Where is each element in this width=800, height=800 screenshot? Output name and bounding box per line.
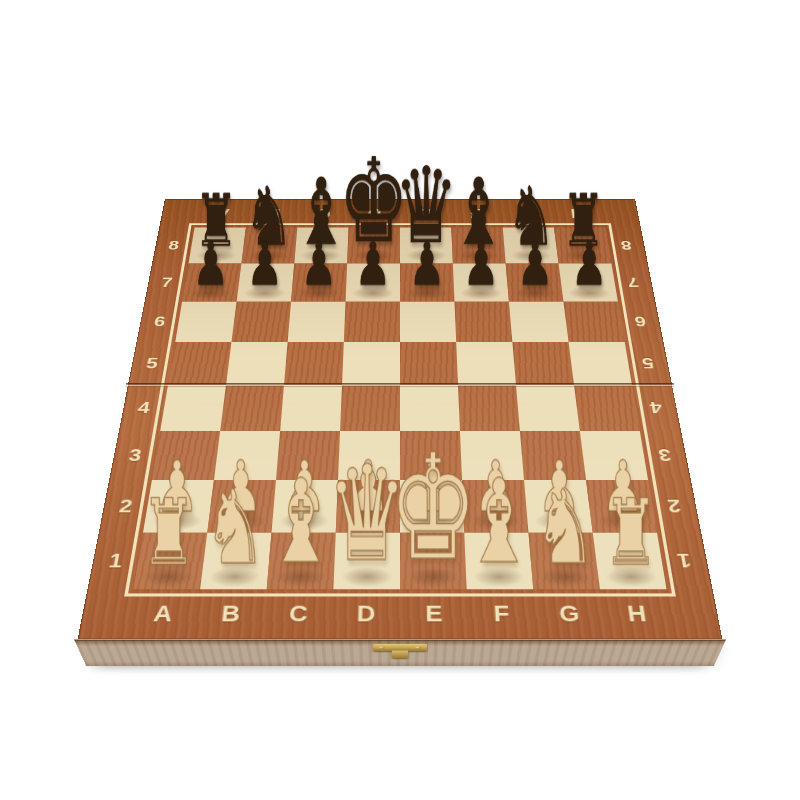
clasp-screw-icon: [415, 646, 421, 649]
square-c1[interactable]: ♝: [267, 533, 336, 590]
square-e7[interactable]: ♟: [400, 263, 454, 301]
square-f1[interactable]: ♝: [464, 533, 533, 590]
clasp-hasp: [392, 651, 408, 659]
square-a7[interactable]: ♟: [182, 263, 241, 301]
square-f7[interactable]: ♟: [453, 263, 509, 301]
square-g6[interactable]: [509, 301, 569, 341]
square-b6[interactable]: [231, 301, 291, 341]
square-c7[interactable]: ♟: [291, 263, 347, 301]
rank-label-left-8: 8: [152, 228, 195, 264]
rank-label-right-5: 5: [625, 342, 672, 385]
piece-dark-pawn[interactable]: ♟: [301, 237, 337, 292]
rank-label-right-8: 8: [605, 228, 648, 264]
square-d5[interactable]: [342, 342, 400, 385]
clasp-screw-icon: [379, 646, 385, 649]
file-label-top-B: B: [246, 199, 300, 227]
piece-dark-pawn[interactable]: ♟: [571, 237, 607, 292]
file-labels-bottom: ABCDEFGH: [125, 589, 675, 639]
photo-scene: ABCDEFGH 87654321 ♜♞♝♚♛♝♞♜♟♟♟♟♟♟♟♟♟♟♟♟♟♟…: [0, 0, 800, 800]
piece-light-bishop[interactable]: ♝: [464, 468, 535, 575]
piece-dark-pawn[interactable]: ♟: [193, 237, 229, 292]
file-label-bottom-H: H: [600, 589, 675, 639]
piece-dark-pawn[interactable]: ♟: [517, 237, 553, 292]
square-e5[interactable]: [400, 342, 458, 385]
file-label-top-A: A: [195, 199, 250, 227]
square-a6[interactable]: [175, 301, 236, 341]
square-g7[interactable]: ♟: [506, 263, 564, 301]
chess-board: ABCDEFGH 87654321 ♜♞♝♚♛♝♞♜♟♟♟♟♟♟♟♟♟♟♟♟♟♟…: [78, 199, 723, 639]
hinge-seam: [125, 383, 674, 387]
piece-light-knight[interactable]: ♞: [204, 481, 266, 575]
square-e1[interactable]: ♚: [400, 533, 467, 590]
file-label-top-E: E: [400, 199, 451, 227]
file-label-top-D: D: [349, 199, 400, 227]
brass-clasp: [373, 644, 427, 652]
board-front-edge: [74, 639, 726, 665]
square-a1[interactable]: ♜: [133, 533, 207, 590]
file-label-top-H: H: [550, 199, 605, 227]
piece-dark-pawn[interactable]: ♟: [463, 237, 499, 292]
rank-label-right-1: 1: [657, 533, 713, 590]
file-label-top-F: F: [450, 199, 503, 227]
file-label-bottom-A: A: [125, 589, 200, 639]
file-label-bottom-D: D: [331, 589, 400, 639]
square-b7[interactable]: ♟: [237, 263, 295, 301]
file-label-top-G: G: [500, 199, 554, 227]
square-f5[interactable]: [456, 342, 516, 385]
square-a5[interactable]: [168, 342, 231, 385]
square-e6[interactable]: [400, 301, 456, 341]
file-label-top-C: C: [297, 199, 350, 227]
piece-dark-pawn[interactable]: ♟: [409, 237, 445, 292]
piece-dark-pawn[interactable]: ♟: [355, 237, 391, 292]
square-a4[interactable]: [160, 385, 226, 431]
square-h1[interactable]: ♜: [593, 533, 667, 590]
rank-label-right-4: 4: [632, 385, 681, 431]
square-c4[interactable]: [280, 385, 342, 431]
square-h5[interactable]: [569, 342, 632, 385]
square-c6[interactable]: [288, 301, 346, 341]
board-grid: ♜♞♝♚♛♝♞♜♟♟♟♟♟♟♟♟♟♟♟♟♟♟♟♟♜♞♝♛♚♝♞♜: [133, 228, 666, 590]
playing-area: ♜♞♝♚♛♝♞♜♟♟♟♟♟♟♟♟♟♟♟♟♟♟♟♟♜♞♝♛♚♝♞♜: [133, 228, 666, 590]
square-g5[interactable]: [512, 342, 574, 385]
square-d7[interactable]: ♟: [346, 263, 400, 301]
piece-light-bishop[interactable]: ♝: [266, 468, 337, 575]
piece-light-rook[interactable]: ♜: [141, 492, 197, 576]
rank-label-right-6: 6: [618, 301, 664, 341]
square-h7[interactable]: ♟: [559, 263, 618, 301]
square-h6[interactable]: [563, 301, 624, 341]
square-d6[interactable]: [344, 301, 400, 341]
rank-label-right-7: 7: [611, 263, 655, 301]
square-h4[interactable]: [574, 385, 640, 431]
piece-dark-pawn[interactable]: ♟: [247, 237, 283, 292]
piece-light-knight[interactable]: ♞: [534, 481, 596, 575]
square-f6[interactable]: [454, 301, 512, 341]
piece-light-rook[interactable]: ♜: [603, 492, 659, 576]
square-b4[interactable]: [220, 385, 284, 431]
square-g1[interactable]: ♞: [528, 533, 599, 590]
file-labels-top: ABCDEFGH: [195, 199, 606, 227]
square-c5[interactable]: [284, 342, 344, 385]
file-label-bottom-E: E: [400, 589, 469, 639]
rank-label-right-3: 3: [640, 431, 691, 480]
square-b5[interactable]: [226, 342, 288, 385]
file-label-bottom-G: G: [533, 589, 606, 639]
square-g4[interactable]: [516, 385, 580, 431]
file-label-bottom-C: C: [262, 589, 333, 639]
file-label-bottom-F: F: [467, 589, 538, 639]
square-b1[interactable]: ♞: [200, 533, 271, 590]
file-label-bottom-B: B: [194, 589, 267, 639]
